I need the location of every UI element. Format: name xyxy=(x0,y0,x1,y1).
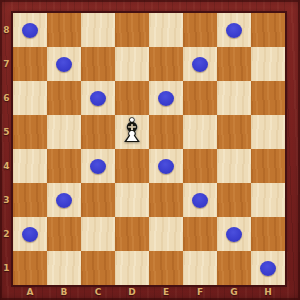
file-label-h: H xyxy=(251,285,285,300)
square-h8[interactable] xyxy=(251,13,285,47)
file-label-a: A xyxy=(13,285,47,300)
square-d8[interactable] xyxy=(115,13,149,47)
square-e1[interactable] xyxy=(149,251,183,285)
square-b4[interactable] xyxy=(47,149,81,183)
square-c6[interactable] xyxy=(81,81,115,115)
legal-move-dot-g2[interactable] xyxy=(226,227,242,242)
legal-move-dot-a2[interactable] xyxy=(22,227,38,242)
legal-move-dot-b3[interactable] xyxy=(56,193,72,208)
chess-app-window: ♝♗ 87654321ABCDEFGH xyxy=(0,0,300,300)
square-a6[interactable] xyxy=(13,81,47,115)
square-e5[interactable] xyxy=(149,115,183,149)
square-d3[interactable] xyxy=(115,183,149,217)
square-h3[interactable] xyxy=(251,183,285,217)
legal-move-dot-e4[interactable] xyxy=(158,159,174,174)
square-d2[interactable] xyxy=(115,217,149,251)
square-a7[interactable] xyxy=(13,47,47,81)
square-e7[interactable] xyxy=(149,47,183,81)
square-b3[interactable] xyxy=(47,183,81,217)
square-a8[interactable] xyxy=(13,13,47,47)
square-f4[interactable] xyxy=(183,149,217,183)
square-h6[interactable] xyxy=(251,81,285,115)
rank-label-4: 4 xyxy=(0,149,13,183)
square-b5[interactable] xyxy=(47,115,81,149)
square-f6[interactable] xyxy=(183,81,217,115)
legal-move-dot-g8[interactable] xyxy=(226,23,242,38)
square-g8[interactable] xyxy=(217,13,251,47)
rank-label-8: 8 xyxy=(0,13,13,47)
square-d1[interactable] xyxy=(115,251,149,285)
legal-move-dot-c4[interactable] xyxy=(90,159,106,174)
square-b8[interactable] xyxy=(47,13,81,47)
file-label-b: B xyxy=(47,285,81,300)
rank-label-7: 7 xyxy=(0,47,13,81)
square-d4[interactable] xyxy=(115,149,149,183)
square-c7[interactable] xyxy=(81,47,115,81)
rank-label-1: 1 xyxy=(0,251,13,285)
square-b1[interactable] xyxy=(47,251,81,285)
square-g1[interactable] xyxy=(217,251,251,285)
square-b7[interactable] xyxy=(47,47,81,81)
file-label-d: D xyxy=(115,285,149,300)
file-label-f: F xyxy=(183,285,217,300)
legal-move-dot-h1[interactable] xyxy=(260,261,276,276)
square-f8[interactable] xyxy=(183,13,217,47)
square-a5[interactable] xyxy=(13,115,47,149)
square-e3[interactable] xyxy=(149,183,183,217)
rank-label-2: 2 xyxy=(0,217,13,251)
rank-label-6: 6 xyxy=(0,81,13,115)
legal-move-dot-e6[interactable] xyxy=(158,91,174,106)
square-c4[interactable] xyxy=(81,149,115,183)
square-c5[interactable] xyxy=(81,115,115,149)
square-e8[interactable] xyxy=(149,13,183,47)
square-f3[interactable] xyxy=(183,183,217,217)
white-bishop-outline-glyph: ♗ xyxy=(115,113,149,147)
square-g6[interactable] xyxy=(217,81,251,115)
square-e4[interactable] xyxy=(149,149,183,183)
square-a4[interactable] xyxy=(13,149,47,183)
square-f1[interactable] xyxy=(183,251,217,285)
legal-move-dot-f3[interactable] xyxy=(192,193,208,208)
square-a3[interactable] xyxy=(13,183,47,217)
square-c8[interactable] xyxy=(81,13,115,47)
legal-move-dot-c6[interactable] xyxy=(90,91,106,106)
square-f2[interactable] xyxy=(183,217,217,251)
square-h7[interactable] xyxy=(251,47,285,81)
square-c1[interactable] xyxy=(81,251,115,285)
square-b2[interactable] xyxy=(47,217,81,251)
square-g3[interactable] xyxy=(217,183,251,217)
square-a2[interactable] xyxy=(13,217,47,251)
square-c2[interactable] xyxy=(81,217,115,251)
square-g2[interactable] xyxy=(217,217,251,251)
legal-move-dot-a8[interactable] xyxy=(22,23,38,38)
square-h4[interactable] xyxy=(251,149,285,183)
legal-move-dot-b7[interactable] xyxy=(56,57,72,72)
file-label-c: C xyxy=(81,285,115,300)
square-d5[interactable]: ♝♗ xyxy=(115,115,149,149)
square-g5[interactable] xyxy=(217,115,251,149)
square-d7[interactable] xyxy=(115,47,149,81)
white-bishop[interactable]: ♝♗ xyxy=(115,115,149,149)
square-f7[interactable] xyxy=(183,47,217,81)
legal-move-dot-f7[interactable] xyxy=(192,57,208,72)
square-h5[interactable] xyxy=(251,115,285,149)
square-e6[interactable] xyxy=(149,81,183,115)
chess-board: ♝♗ xyxy=(13,13,285,285)
square-g7[interactable] xyxy=(217,47,251,81)
square-h1[interactable] xyxy=(251,251,285,285)
rank-label-5: 5 xyxy=(0,115,13,149)
square-f5[interactable] xyxy=(183,115,217,149)
rank-label-3: 3 xyxy=(0,183,13,217)
file-label-g: G xyxy=(217,285,251,300)
square-h2[interactable] xyxy=(251,217,285,251)
square-b6[interactable] xyxy=(47,81,81,115)
square-e2[interactable] xyxy=(149,217,183,251)
square-g4[interactable] xyxy=(217,149,251,183)
file-label-e: E xyxy=(149,285,183,300)
square-a1[interactable] xyxy=(13,251,47,285)
square-c3[interactable] xyxy=(81,183,115,217)
